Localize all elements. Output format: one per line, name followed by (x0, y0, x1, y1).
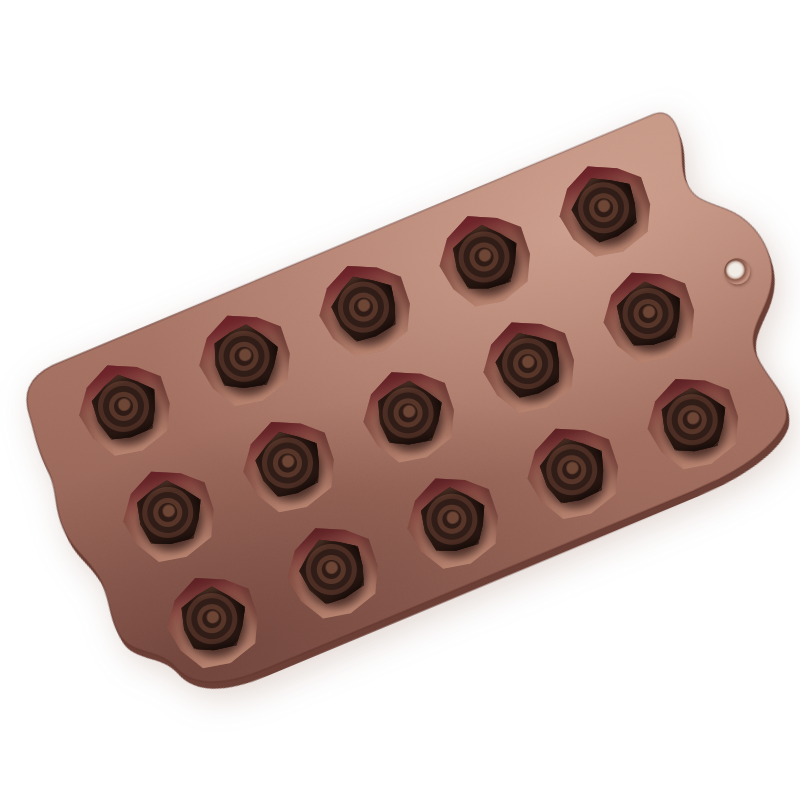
rose-cavity (422, 196, 550, 324)
rose-cavity (542, 146, 670, 274)
rose-cavity (586, 252, 714, 380)
rose-relief (127, 473, 212, 556)
rose-cavity (466, 302, 594, 430)
rose-cavity (630, 358, 758, 486)
rose-relief (242, 418, 335, 511)
rose-cavity (390, 458, 518, 586)
rose-cavity (61, 345, 189, 473)
rose-cavity (105, 451, 233, 579)
rose-relief (605, 272, 693, 359)
rose-relief (318, 261, 413, 356)
rose-relief (442, 216, 528, 301)
rose-relief (80, 363, 171, 453)
rose-relief (527, 426, 619, 518)
rose-relief (205, 319, 284, 397)
rose-cavity (346, 352, 474, 480)
rose-cavity (225, 401, 353, 529)
rose-cavity (301, 245, 429, 373)
rose-relief (410, 478, 496, 563)
rose-relief (482, 318, 576, 412)
chocolate-mold (0, 69, 800, 752)
rose-cavity (181, 295, 309, 423)
rose-cavity (149, 557, 277, 685)
rose-relief (369, 375, 450, 455)
rose-relief (557, 161, 653, 257)
rose-cavity (269, 508, 397, 636)
mold-cavities (0, 69, 800, 752)
rose-cavity (510, 408, 638, 536)
rose-relief (285, 523, 381, 619)
rose-relief (171, 580, 254, 662)
photo-stage (0, 0, 800, 800)
rose-relief (651, 380, 735, 462)
